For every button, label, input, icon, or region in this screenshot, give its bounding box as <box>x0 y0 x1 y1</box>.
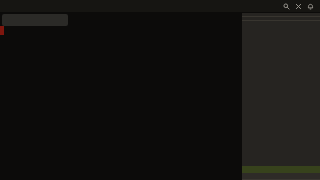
board-grid <box>74 19 240 180</box>
move-list <box>242 21 320 24</box>
opening-name-bar <box>242 166 320 173</box>
recording-indicator <box>0 26 4 35</box>
search-icon[interactable] <box>283 3 290 10</box>
notifications-bell-icon[interactable] <box>307 3 314 10</box>
top-header <box>0 0 320 12</box>
explorer-header <box>242 173 320 180</box>
variant-selector[interactable] <box>2 14 68 26</box>
chess-board <box>74 19 240 180</box>
header-actions <box>283 0 320 12</box>
challenge-icon[interactable] <box>295 3 302 10</box>
analysis-panel <box>242 13 320 180</box>
